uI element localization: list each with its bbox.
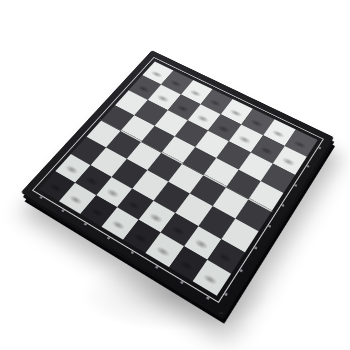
frame-rivet [39,196,43,200]
frame-rivet [294,184,298,187]
pawn-icon: ♟ [255,124,279,153]
chess-board-frame: ♜♞♝♛♚♝♞♜♟♟♟♟♟♟♟♟♟♟♟♟♟♟♟♟♜♞♝♛♚♝♞♜ [21,50,334,315]
rook-icon: ♜ [195,244,226,282]
frame-rivet [206,296,211,300]
square-e6 [195,130,229,158]
frame-rivet [318,146,322,149]
board-grid: ♜♞♝♛♚♝♞♜♟♟♟♟♟♟♟♟♟♟♟♟♟♟♟♟♜♞♝♛♚♝♞♜ [39,61,318,295]
scene-3d: ♜♞♝♛♚♝♞♜♟♟♟♟♟♟♟♟♟♟♟♟♟♟♟♟♜♞♝♛♚♝♞♜ [7,0,343,350]
frame-rivet [239,269,243,273]
pawn-icon: ♟ [233,113,256,142]
pawn-icon: ♟ [212,103,235,131]
frame-rivet [155,265,159,269]
frame-rivet [83,222,87,226]
scene-wrapper: ♜♞♝♛♚♝♞♜♟♟♟♟♟♟♟♟♟♟♟♟♟♟♟♟♜♞♝♛♚♝♞♜ [7,0,343,350]
square-h1: ♜ [192,259,231,295]
frame-rivet [268,224,272,228]
frame-rivet [106,236,110,240]
frame-rivet [281,204,285,208]
frame-rivet [180,280,184,284]
product-photo-scene: ♜♞♝♛♚♝♞♜♟♟♟♟♟♟♟♟♟♟♟♟♟♟♟♟♜♞♝♛♚♝♞♜ [0,0,350,350]
frame-rivet [306,165,310,168]
frame-rivet [224,292,229,296]
frame-rivet [61,209,65,213]
frame-rivet [130,251,134,255]
pawn-icon: ♟ [277,135,301,164]
frame-rivet [254,246,258,250]
